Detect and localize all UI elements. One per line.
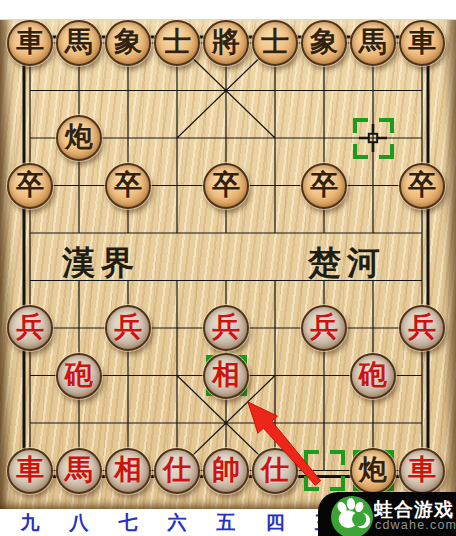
piece-character: 象 xyxy=(114,28,142,56)
piece-red-砲[interactable]: 砲 xyxy=(350,353,396,399)
piece-character: 車 xyxy=(16,28,44,56)
piece-red-兵[interactable]: 兵 xyxy=(301,305,347,351)
piece-character: 卒 xyxy=(212,171,240,199)
piece-black-士[interactable]: 士 xyxy=(252,20,298,66)
piece-character: 兵 xyxy=(16,313,44,341)
crosshair-cursor-icon xyxy=(356,121,390,155)
piece-character: 砲 xyxy=(359,361,387,389)
piece-red-相[interactable]: 相 xyxy=(105,448,151,494)
piece-character: 卒 xyxy=(310,171,338,199)
piece-red-仕[interactable]: 仕 xyxy=(154,448,200,494)
piece-red-帥[interactable]: 帥 xyxy=(203,448,249,494)
piece-black-卒[interactable]: 卒 xyxy=(301,163,347,209)
board-grid[interactable]: 車馬象士將士象馬車炮卒卒卒卒卒兵兵兵兵兵砲相砲車馬相仕帥仕炮車 xyxy=(6,19,447,494)
watermark: 蛙合游戏 cdwahe.com xyxy=(318,492,456,536)
piece-black-卒[interactable]: 卒 xyxy=(105,163,151,209)
piece-red-兵[interactable]: 兵 xyxy=(7,305,53,351)
piece-black-炮[interactable]: 炮 xyxy=(350,448,396,494)
rank-number-label: 九 xyxy=(6,510,55,536)
piece-character: 卒 xyxy=(114,171,142,199)
piece-black-士[interactable]: 士 xyxy=(154,20,200,66)
piece-black-象[interactable]: 象 xyxy=(301,20,347,66)
piece-character: 兵 xyxy=(114,313,142,341)
piece-black-馬[interactable]: 馬 xyxy=(56,20,102,66)
piece-character: 車 xyxy=(16,456,44,484)
piece-character: 車 xyxy=(408,456,436,484)
rank-number-label: 七 xyxy=(104,510,153,536)
piece-character: 兵 xyxy=(408,313,436,341)
frog-logo-icon xyxy=(331,496,373,536)
piece-character: 相 xyxy=(114,456,142,484)
piece-red-車[interactable]: 車 xyxy=(399,448,445,494)
rank-number-label: 五 xyxy=(202,510,251,536)
piece-red-相[interactable]: 相 xyxy=(203,353,249,399)
piece-red-車[interactable]: 車 xyxy=(7,448,53,494)
piece-red-砲[interactable]: 砲 xyxy=(56,353,102,399)
piece-character: 將 xyxy=(212,28,240,56)
xiangqi-app: 123456789 漢界 楚河 車馬象士將士象馬車炮卒卒卒卒卒兵兵兵兵兵砲相砲車… xyxy=(0,0,456,536)
piece-red-仕[interactable]: 仕 xyxy=(252,448,298,494)
piece-character: 仕 xyxy=(261,456,289,484)
piece-black-馬[interactable]: 馬 xyxy=(350,20,396,66)
piece-red-兵[interactable]: 兵 xyxy=(105,305,151,351)
piece-character: 象 xyxy=(310,28,338,56)
piece-character: 士 xyxy=(261,28,289,56)
piece-character: 士 xyxy=(163,28,191,56)
piece-black-車[interactable]: 車 xyxy=(399,20,445,66)
piece-red-兵[interactable]: 兵 xyxy=(399,305,445,351)
piece-character: 炮 xyxy=(65,123,93,151)
piece-black-卒[interactable]: 卒 xyxy=(203,163,249,209)
watermark-url: cdwahe.com xyxy=(375,518,456,532)
piece-black-炮[interactable]: 炮 xyxy=(56,115,102,161)
top-label-strip xyxy=(0,0,456,20)
piece-character: 兵 xyxy=(212,313,240,341)
move-highlight-marker xyxy=(304,450,345,491)
rank-number-label: 四 xyxy=(251,510,300,536)
piece-red-兵[interactable]: 兵 xyxy=(203,305,249,351)
rank-number-label: 六 xyxy=(153,510,202,536)
piece-character: 兵 xyxy=(310,313,338,341)
piece-character: 馬 xyxy=(65,28,93,56)
piece-black-卒[interactable]: 卒 xyxy=(399,163,445,209)
piece-character: 馬 xyxy=(359,28,387,56)
piece-character: 炮 xyxy=(359,456,387,484)
piece-black-將[interactable]: 將 xyxy=(203,20,249,66)
rank-number-label: 八 xyxy=(55,510,104,536)
piece-red-馬[interactable]: 馬 xyxy=(56,448,102,494)
piece-black-象[interactable]: 象 xyxy=(105,20,151,66)
piece-character: 車 xyxy=(408,28,436,56)
piece-character: 卒 xyxy=(16,171,44,199)
piece-character: 帥 xyxy=(212,456,240,484)
piece-character: 砲 xyxy=(65,361,93,389)
piece-character: 相 xyxy=(212,361,240,389)
cursor-select-marker xyxy=(353,118,394,159)
piece-black-車[interactable]: 車 xyxy=(7,20,53,66)
piece-character: 仕 xyxy=(163,456,191,484)
piece-character: 卒 xyxy=(408,171,436,199)
piece-black-卒[interactable]: 卒 xyxy=(7,163,53,209)
piece-character: 馬 xyxy=(65,456,93,484)
